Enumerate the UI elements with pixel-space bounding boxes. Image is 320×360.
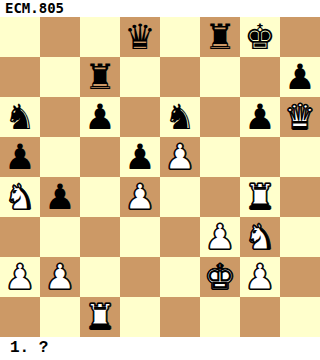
square-f2[interactable]: ♚ [200,257,240,297]
square-g8[interactable]: ♚ [240,17,280,57]
black-rook-piece: ♜ [84,57,115,97]
square-e7[interactable] [160,57,200,97]
square-h6[interactable]: ♛ [280,97,320,137]
square-b4[interactable]: ♟ [40,177,80,217]
square-c3[interactable] [80,217,120,257]
square-a1[interactable] [0,297,40,337]
square-c4[interactable] [80,177,120,217]
black-pawn-piece: ♟ [44,177,75,217]
move-prompt: 1. ? [10,337,48,360]
white-pawn-piece: ♟ [124,177,155,217]
square-h8[interactable] [280,17,320,57]
square-b5[interactable] [40,137,80,177]
white-pawn-piece: ♟ [44,257,75,297]
square-f5[interactable] [200,137,240,177]
black-knight-piece: ♞ [4,97,35,137]
square-b2[interactable]: ♟ [40,257,80,297]
square-a6[interactable]: ♞ [0,97,40,137]
square-b8[interactable] [40,17,80,57]
square-f7[interactable] [200,57,240,97]
square-h5[interactable] [280,137,320,177]
square-f8[interactable]: ♜ [200,17,240,57]
square-d8[interactable]: ♛ [120,17,160,57]
square-d2[interactable] [120,257,160,297]
square-h7[interactable]: ♟ [280,57,320,97]
square-d5[interactable]: ♟ [120,137,160,177]
square-f3[interactable]: ♟ [200,217,240,257]
square-e5[interactable]: ♟ [160,137,200,177]
square-a5[interactable]: ♟ [0,137,40,177]
chess-puzzle-page: ECM.805 ♛♜♚♜♟♞♟♞♟♛♟♟♟♞♟♟♜♟♞♟♟♚♟♜ 1. ? [0,0,320,360]
square-h1[interactable] [280,297,320,337]
white-pawn-piece: ♟ [204,217,235,257]
black-pawn-piece: ♟ [284,57,315,97]
white-knight-piece: ♞ [244,217,275,257]
square-g1[interactable] [240,297,280,337]
white-king-piece: ♚ [204,257,235,297]
square-c1[interactable]: ♜ [80,297,120,337]
white-pawn-piece: ♟ [164,137,195,177]
square-h4[interactable] [280,177,320,217]
square-f1[interactable] [200,297,240,337]
square-g2[interactable]: ♟ [240,257,280,297]
square-a8[interactable] [0,17,40,57]
chess-board: ♛♜♚♜♟♞♟♞♟♛♟♟♟♞♟♟♜♟♞♟♟♚♟♜ [0,17,320,337]
square-c2[interactable] [80,257,120,297]
square-d1[interactable] [120,297,160,337]
square-g5[interactable] [240,137,280,177]
square-e8[interactable] [160,17,200,57]
square-f6[interactable] [200,97,240,137]
square-g3[interactable]: ♞ [240,217,280,257]
square-d7[interactable] [120,57,160,97]
square-c7[interactable]: ♜ [80,57,120,97]
square-e6[interactable]: ♞ [160,97,200,137]
square-c6[interactable]: ♟ [80,97,120,137]
black-rook-piece: ♜ [204,17,235,57]
square-g6[interactable]: ♟ [240,97,280,137]
white-knight-piece: ♞ [4,177,35,217]
black-pawn-piece: ♟ [124,137,155,177]
square-c8[interactable] [80,17,120,57]
black-pawn-piece: ♟ [4,137,35,177]
square-e1[interactable] [160,297,200,337]
square-b7[interactable] [40,57,80,97]
black-king-piece: ♚ [244,17,275,57]
white-queen-piece: ♛ [284,97,315,137]
square-d6[interactable] [120,97,160,137]
square-d4[interactable]: ♟ [120,177,160,217]
square-a2[interactable]: ♟ [0,257,40,297]
white-rook-piece: ♜ [244,177,275,217]
square-a3[interactable] [0,217,40,257]
black-pawn-piece: ♟ [84,97,115,137]
black-pawn-piece: ♟ [244,97,275,137]
black-queen-piece: ♛ [124,17,155,57]
white-pawn-piece: ♟ [244,257,275,297]
square-b6[interactable] [40,97,80,137]
square-f4[interactable] [200,177,240,217]
square-h3[interactable] [280,217,320,257]
square-c5[interactable] [80,137,120,177]
square-b3[interactable] [40,217,80,257]
square-e3[interactable] [160,217,200,257]
white-rook-piece: ♜ [84,297,115,337]
square-g4[interactable]: ♜ [240,177,280,217]
square-e2[interactable] [160,257,200,297]
square-a7[interactable] [0,57,40,97]
square-d3[interactable] [120,217,160,257]
puzzle-title: ECM.805 [5,0,64,17]
square-a4[interactable]: ♞ [0,177,40,217]
black-knight-piece: ♞ [164,97,195,137]
white-pawn-piece: ♟ [4,257,35,297]
square-b1[interactable] [40,297,80,337]
square-g7[interactable] [240,57,280,97]
square-e4[interactable] [160,177,200,217]
square-h2[interactable] [280,257,320,297]
